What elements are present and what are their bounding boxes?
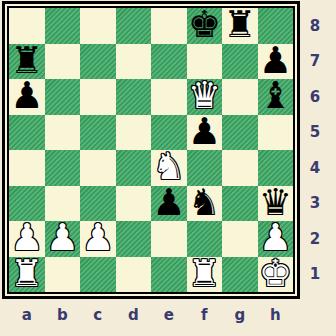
square-c1[interactable] (80, 257, 116, 293)
file-label-a: a (9, 306, 45, 324)
square-d3[interactable] (116, 186, 152, 222)
square-b8[interactable] (45, 8, 81, 44)
file-label-e: e (151, 306, 187, 324)
file-label-c: c (80, 306, 116, 324)
square-f2[interactable] (187, 221, 223, 257)
black-king[interactable]: ♚ (188, 8, 221, 43)
rank-label-7: 7 (301, 44, 329, 80)
square-h3[interactable]: ♛ (258, 186, 294, 222)
square-h2[interactable]: ♟ (258, 221, 294, 257)
square-c5[interactable] (80, 115, 116, 151)
square-h8[interactable] (258, 8, 294, 44)
rank-label-8: 8 (301, 8, 329, 44)
square-h6[interactable]: ♝ (258, 79, 294, 115)
square-b1[interactable] (45, 257, 81, 293)
square-h5[interactable] (258, 115, 294, 151)
square-a2[interactable]: ♟ (9, 221, 45, 257)
rank-label-1: 1 (301, 257, 329, 293)
square-a5[interactable] (9, 115, 45, 151)
square-h4[interactable] (258, 150, 294, 186)
file-labels: abcdefgh (9, 306, 293, 324)
square-a6[interactable]: ♟ (9, 79, 45, 115)
square-c2[interactable]: ♟ (80, 221, 116, 257)
rank-label-2: 2 (301, 221, 329, 257)
white-pawn[interactable]: ♟ (46, 221, 79, 256)
square-b3[interactable] (45, 186, 81, 222)
file-label-h: h (258, 306, 294, 324)
square-e3[interactable]: ♟ (151, 186, 187, 222)
black-pawn[interactable]: ♟ (259, 44, 292, 79)
black-rook[interactable]: ♜ (10, 44, 43, 79)
black-queen[interactable]: ♛ (259, 186, 292, 221)
white-queen[interactable]: ♛ (188, 79, 221, 114)
square-a8[interactable] (9, 8, 45, 44)
square-d7[interactable] (116, 44, 152, 80)
black-pawn[interactable]: ♟ (10, 79, 43, 114)
square-g6[interactable] (222, 79, 258, 115)
square-h1[interactable]: ♚ (258, 257, 294, 293)
white-king[interactable]: ♚ (259, 257, 292, 292)
square-d8[interactable] (116, 8, 152, 44)
square-c8[interactable] (80, 8, 116, 44)
white-rook[interactable]: ♜ (10, 257, 43, 292)
square-d2[interactable] (116, 221, 152, 257)
square-c3[interactable] (80, 186, 116, 222)
file-label-b: b (45, 306, 81, 324)
square-c4[interactable] (80, 150, 116, 186)
file-label-g: g (222, 306, 258, 324)
white-rook[interactable]: ♜ (188, 257, 221, 292)
square-g5[interactable] (222, 115, 258, 151)
square-g7[interactable] (222, 44, 258, 80)
square-b7[interactable] (45, 44, 81, 80)
square-b6[interactable] (45, 79, 81, 115)
black-pawn[interactable]: ♟ (188, 115, 221, 150)
square-f5[interactable]: ♟ (187, 115, 223, 151)
square-g1[interactable] (222, 257, 258, 293)
square-b5[interactable] (45, 115, 81, 151)
file-label-d: d (116, 306, 152, 324)
white-pawn[interactable]: ♟ (81, 221, 114, 256)
black-knight[interactable]: ♞ (188, 186, 221, 221)
square-f1[interactable]: ♜ (187, 257, 223, 293)
rank-label-6: 6 (301, 79, 329, 115)
white-pawn[interactable]: ♟ (10, 221, 43, 256)
square-f8[interactable]: ♚ (187, 8, 223, 44)
chess-board-frame: ♚♜♜♟♟♛♝♟♞♟♞♛♟♟♟♟♜♜♚ (2, 1, 300, 299)
rank-label-4: 4 (301, 150, 329, 186)
square-g4[interactable] (222, 150, 258, 186)
square-c6[interactable] (80, 79, 116, 115)
square-e5[interactable] (151, 115, 187, 151)
square-a4[interactable] (9, 150, 45, 186)
rank-label-3: 3 (301, 186, 329, 222)
square-f4[interactable] (187, 150, 223, 186)
square-d6[interactable] (116, 79, 152, 115)
square-f3[interactable]: ♞ (187, 186, 223, 222)
square-e2[interactable] (151, 221, 187, 257)
square-g2[interactable] (222, 221, 258, 257)
square-e1[interactable] (151, 257, 187, 293)
chess-diagram: ♚♜♜♟♟♛♝♟♞♟♞♛♟♟♟♟♜♜♚ abcdefgh 87654321 (0, 0, 336, 336)
black-rook[interactable]: ♜ (223, 8, 256, 43)
square-c7[interactable] (80, 44, 116, 80)
square-e8[interactable] (151, 8, 187, 44)
square-e7[interactable] (151, 44, 187, 80)
square-d5[interactable] (116, 115, 152, 151)
square-h7[interactable]: ♟ (258, 44, 294, 80)
square-d4[interactable] (116, 150, 152, 186)
rank-label-5: 5 (301, 115, 329, 151)
square-a3[interactable] (9, 186, 45, 222)
rank-labels: 87654321 (301, 8, 329, 292)
square-e4[interactable]: ♞ (151, 150, 187, 186)
square-a1[interactable]: ♜ (9, 257, 45, 293)
white-pawn[interactable]: ♟ (259, 221, 292, 256)
black-bishop[interactable]: ♝ (259, 79, 292, 114)
square-f6[interactable]: ♛ (187, 79, 223, 115)
square-a7[interactable]: ♜ (9, 44, 45, 80)
square-d1[interactable] (116, 257, 152, 293)
square-f7[interactable] (187, 44, 223, 80)
file-label-f: f (187, 306, 223, 324)
square-g3[interactable] (222, 186, 258, 222)
square-e6[interactable] (151, 79, 187, 115)
square-g8[interactable]: ♜ (222, 8, 258, 44)
chess-board: ♚♜♜♟♟♛♝♟♞♟♞♛♟♟♟♟♜♜♚ (7, 6, 295, 294)
black-pawn[interactable]: ♟ (152, 186, 185, 221)
square-b2[interactable]: ♟ (45, 221, 81, 257)
white-knight[interactable]: ♞ (152, 150, 185, 185)
square-b4[interactable] (45, 150, 81, 186)
